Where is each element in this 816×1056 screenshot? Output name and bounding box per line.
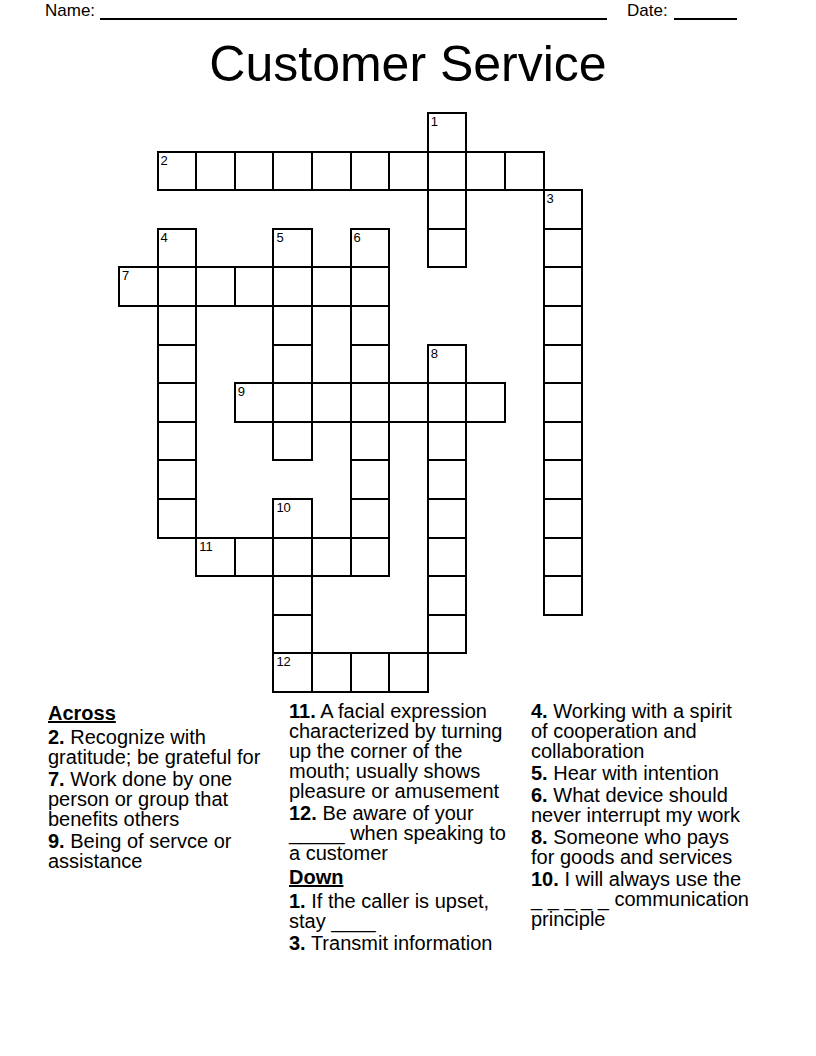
grid-cell[interactable] <box>465 151 506 192</box>
grid-cell[interactable] <box>118 266 159 307</box>
grid-cell[interactable] <box>427 537 468 578</box>
grid-cell[interactable] <box>311 537 352 578</box>
grid-cell[interactable] <box>543 382 584 423</box>
grid-cell[interactable] <box>195 537 236 578</box>
grid-cell[interactable] <box>427 189 468 230</box>
grid-cell[interactable] <box>543 266 584 307</box>
grid-cell[interactable] <box>157 421 198 462</box>
grid-cell[interactable] <box>543 537 584 578</box>
clue-number: 7. <box>48 768 65 790</box>
clue: 12. Be aware of your _____ when speaking… <box>289 803 513 863</box>
grid-cell[interactable] <box>427 382 468 423</box>
clue: 9. Being of servce or assistance <box>48 831 264 871</box>
grid-cell[interactable] <box>427 344 468 385</box>
grid-cell[interactable] <box>195 151 236 192</box>
clue-number: 11. <box>289 700 316 722</box>
grid-cell[interactable] <box>350 228 391 269</box>
name-label: Name: <box>45 1 95 21</box>
grid-cell[interactable] <box>157 228 198 269</box>
grid-cell[interactable] <box>272 382 313 423</box>
crossword-grid: 123456789101112 <box>118 112 584 694</box>
grid-cell[interactable] <box>272 498 313 539</box>
grid-cell[interactable] <box>272 421 313 462</box>
clue: 5. Hear with intention <box>531 763 759 783</box>
clue-number: 10. <box>531 868 559 890</box>
clue: 10. I will always use the _ _ _ _ _ comm… <box>531 869 759 929</box>
grid-cell[interactable] <box>388 652 429 693</box>
grid-cell[interactable] <box>465 382 506 423</box>
grid-cell[interactable] <box>543 344 584 385</box>
grid-cell[interactable] <box>427 421 468 462</box>
grid-cell[interactable] <box>195 266 236 307</box>
grid-cell[interactable] <box>543 459 584 500</box>
clue-text: Someone who pays for goods and services <box>531 826 732 868</box>
grid-cell[interactable] <box>543 305 584 346</box>
grid-cell[interactable] <box>272 266 313 307</box>
clues-column-2: 11. A facial expression characterized by… <box>289 701 513 955</box>
clues-heading: Across <box>48 701 264 725</box>
grid-cell[interactable] <box>350 151 391 192</box>
grid-cell[interactable] <box>157 382 198 423</box>
clue: 8. Someone who pays for goods and servic… <box>531 827 759 867</box>
clue: 1. If the caller is upset, stay ____ <box>289 891 513 931</box>
grid-cell[interactable] <box>350 305 391 346</box>
grid-cell[interactable] <box>272 575 313 616</box>
clue-text: If the caller is upset, stay ____ <box>289 890 489 932</box>
grid-cell[interactable] <box>157 459 198 500</box>
clue-text: Transmit information <box>311 932 493 954</box>
clue: 2. Recognize with gratitude; be grateful… <box>48 727 264 767</box>
clues-column-1: Across2. Recognize with gratitude; be gr… <box>48 701 264 873</box>
clue: 4. Working with a spirit of cooperation … <box>531 701 759 761</box>
clue-number: 3. <box>289 932 306 954</box>
grid-cell[interactable] <box>543 421 584 462</box>
grid-cell[interactable] <box>234 151 275 192</box>
date-label: Date: <box>627 1 668 21</box>
clue-number: 1. <box>289 890 306 912</box>
clue-text: Working with a spirit of cooperation and… <box>531 700 732 762</box>
clue-text: A facial expression characterized by tur… <box>289 700 502 802</box>
grid-cell[interactable] <box>234 382 275 423</box>
grid-cell[interactable] <box>427 151 468 192</box>
clues-heading: Down <box>289 865 513 889</box>
puzzle-title: Customer Service <box>0 37 816 91</box>
clue-text: Being of servce or assistance <box>48 830 231 872</box>
grid-cell[interactable] <box>157 305 198 346</box>
grid-cell[interactable] <box>350 421 391 462</box>
grid-cell[interactable] <box>272 652 313 693</box>
grid-cell[interactable] <box>157 266 198 307</box>
grid-cell[interactable] <box>350 344 391 385</box>
grid-cell[interactable] <box>350 266 391 307</box>
grid-cell[interactable] <box>388 382 429 423</box>
clue-text: Be aware of your _____ when speaking to … <box>289 802 506 864</box>
grid-cell[interactable] <box>543 189 584 230</box>
grid-cell[interactable] <box>311 151 352 192</box>
clue: 7. Work done by one person or group that… <box>48 769 264 829</box>
grid-cell[interactable] <box>388 151 429 192</box>
grid-cell[interactable] <box>427 228 468 269</box>
grid-cell[interactable] <box>272 344 313 385</box>
grid-cell[interactable] <box>311 652 352 693</box>
grid-cell[interactable] <box>157 344 198 385</box>
grid-cell[interactable] <box>350 652 391 693</box>
clue-text: Work done by one person or group that be… <box>48 768 232 830</box>
grid-cell[interactable] <box>427 614 468 655</box>
clue-text: I will always use the _ _ _ _ _ communic… <box>531 868 749 930</box>
grid-cell[interactable] <box>272 151 313 192</box>
clue-number: 12. <box>289 802 317 824</box>
clue-number: 2. <box>48 726 65 748</box>
crossword-worksheet: Name: Date: Customer Service 12345678910… <box>0 0 816 1056</box>
clues-column-3: 4. Working with a spirit of cooperation … <box>531 701 759 931</box>
grid-cell[interactable] <box>350 382 391 423</box>
grid-cell[interactable] <box>311 266 352 307</box>
grid-cell[interactable] <box>427 112 468 153</box>
clue-number: 6. <box>531 784 548 806</box>
grid-cell[interactable] <box>350 537 391 578</box>
grid-cell[interactable] <box>427 498 468 539</box>
clue-number: 9. <box>48 830 65 852</box>
date-field[interactable] <box>674 18 737 20</box>
grid-cell[interactable] <box>427 459 468 500</box>
grid-cell[interactable] <box>543 228 584 269</box>
grid-cell[interactable] <box>234 537 275 578</box>
grid-cell[interactable] <box>272 537 313 578</box>
clue-text: Recognize with gratitude; be grateful fo… <box>48 726 260 768</box>
clue-number: 8. <box>531 826 548 848</box>
clue-text: What device should never interrupt my wo… <box>531 784 740 826</box>
grid-cell[interactable] <box>157 151 198 192</box>
grid-cell[interactable] <box>504 151 545 192</box>
grid-cell[interactable] <box>234 266 275 307</box>
clue-number: 4. <box>531 700 548 722</box>
clue: 6. What device should never interrupt my… <box>531 785 759 825</box>
grid-cell[interactable] <box>427 575 468 616</box>
name-field[interactable] <box>100 18 607 20</box>
grid-cell[interactable] <box>543 575 584 616</box>
clue: 3. Transmit information <box>289 933 513 953</box>
clue-number: 5. <box>531 762 548 784</box>
clue: 11. A facial expression characterized by… <box>289 701 513 801</box>
grid-cell[interactable] <box>543 498 584 539</box>
clue-text: Hear with intention <box>553 762 719 784</box>
grid-cell[interactable] <box>272 305 313 346</box>
grid-cell[interactable] <box>350 498 391 539</box>
grid-cell[interactable] <box>350 459 391 500</box>
grid-cell[interactable] <box>157 498 198 539</box>
grid-cell[interactable] <box>272 228 313 269</box>
grid-cell[interactable] <box>272 614 313 655</box>
grid-cell[interactable] <box>311 382 352 423</box>
